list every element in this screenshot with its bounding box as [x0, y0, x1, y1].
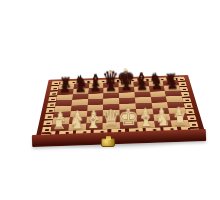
square-b2: ♟ [69, 117, 86, 124]
square-d2: ♟ [103, 116, 120, 123]
square-a2: ♟ [52, 117, 70, 124]
square-d6 [103, 93, 119, 99]
square-f8: ♝ [133, 81, 149, 87]
square-g2: ♟ [153, 114, 171, 121]
decorative-border-ring: ♜♞♝♛♚♝♞♜♟♟♟♟♟♟♟♟♟♟♟♟♟♟♟♟♜♞♝♛♚♝♞♜ [41, 77, 200, 136]
square-b8: ♞ [73, 83, 88, 89]
piece-white-rook: ♜ [173, 111, 188, 127]
piece-white-rook: ♜ [51, 115, 66, 131]
square-d1: ♛ [103, 122, 120, 129]
square-a3 [53, 111, 70, 118]
square-h1: ♜ [171, 120, 190, 127]
square-g6 [150, 91, 166, 97]
piece-black-knight: ♞ [74, 74, 88, 89]
piece-white-queen: ♛ [101, 108, 121, 129]
piece-white-pawn: ♟ [172, 106, 185, 120]
square-b5 [71, 99, 87, 105]
square-a5 [55, 100, 72, 106]
square-a4 [54, 105, 71, 111]
chess-board: ♜♞♝♛♚♝♞♜♟♟♟♟♟♟♟♟♟♟♟♟♟♟♟♟♜♞♝♛♚♝♞♜ [31, 0, 206, 139]
piece-white-bishop: ♝ [85, 112, 102, 130]
square-e8: ♚ [118, 82, 133, 88]
piece-white-pawn: ♟ [138, 107, 151, 121]
square-h2: ♟ [170, 113, 188, 120]
square-e6 [119, 92, 135, 98]
square-h6 [165, 91, 182, 97]
piece-white-bishop: ♝ [137, 110, 154, 128]
piece-black-pawn: ♟ [74, 81, 86, 94]
square-g7: ♟ [149, 86, 165, 92]
square-a7: ♟ [57, 89, 73, 95]
square-h3 [168, 107, 186, 114]
square-c2: ♟ [86, 116, 103, 123]
square-c1: ♝ [85, 123, 102, 130]
square-e5 [119, 98, 135, 104]
square-b7: ♟ [73, 89, 89, 95]
square-f4 [135, 103, 152, 109]
board-grid: ♜♞♝♛♚♝♞♜♟♟♟♟♟♟♟♟♟♟♟♟♟♟♟♟♜♞♝♛♚♝♞♜ [51, 80, 190, 131]
square-e7: ♟ [119, 87, 135, 93]
piece-black-knight: ♞ [149, 71, 163, 86]
piece-black-queen: ♛ [102, 70, 119, 88]
piece-white-knight: ♞ [68, 113, 84, 130]
square-a6 [56, 94, 72, 100]
decorative-border-left [41, 81, 60, 136]
square-f3 [136, 108, 153, 115]
square-b6 [72, 94, 88, 100]
chess-set-product-photo: ♜♞♝♛♚♝♞♜♟♟♟♟♟♟♟♟♟♟♟♟♟♟♟♟♜♞♝♛♚♝♞♜ [0, 0, 220, 200]
piece-white-pawn: ♟ [155, 107, 168, 121]
square-c4 [87, 104, 103, 110]
brass-clasp-icon [101, 138, 115, 147]
square-d4 [103, 104, 119, 110]
square-f1: ♝ [137, 121, 155, 128]
piece-white-pawn: ♟ [104, 109, 117, 123]
square-g5 [150, 96, 167, 102]
square-f5 [135, 97, 151, 103]
square-g3 [152, 108, 170, 115]
square-e4 [119, 103, 136, 109]
square-b4 [71, 105, 88, 111]
square-c6 [88, 93, 104, 99]
square-f2: ♟ [136, 115, 154, 122]
piece-black-pawn: ♟ [90, 81, 102, 94]
square-c8: ♝ [88, 83, 103, 89]
square-d3 [103, 110, 120, 117]
piece-white-pawn: ♟ [121, 108, 134, 122]
square-a8: ♜ [58, 84, 74, 90]
square-d8: ♛ [104, 82, 119, 88]
piece-white-pawn: ♟ [71, 110, 84, 124]
decorative-border-right [177, 77, 200, 131]
square-c5 [87, 99, 103, 105]
square-d5 [103, 98, 119, 104]
square-g1: ♞ [154, 120, 172, 127]
square-h5 [166, 96, 183, 102]
decorative-border-top [52, 77, 186, 85]
piece-black-pawn: ♟ [136, 79, 148, 92]
square-f6 [134, 92, 150, 98]
square-c7: ♟ [88, 88, 103, 94]
piece-black-pawn: ♟ [166, 78, 178, 91]
piece-black-pawn: ♟ [59, 82, 71, 95]
square-c3 [86, 110, 103, 117]
piece-white-knight: ♞ [155, 110, 171, 127]
square-h4 [167, 102, 184, 108]
square-d7: ♟ [103, 87, 118, 93]
square-f7: ♟ [134, 86, 150, 92]
piece-black-bishop: ♝ [88, 73, 103, 89]
square-a1: ♜ [51, 124, 69, 131]
square-b3 [70, 111, 87, 118]
piece-black-king: ♚ [116, 68, 135, 88]
square-h8: ♜ [163, 80, 179, 86]
piece-black-rook: ♜ [165, 72, 178, 86]
piece-black-pawn: ♟ [120, 80, 132, 93]
square-g4 [151, 102, 168, 108]
square-e2: ♟ [120, 115, 137, 122]
square-b1: ♞ [68, 123, 86, 130]
piece-white-king: ♚ [117, 106, 139, 129]
piece-black-rook: ♜ [59, 75, 72, 89]
square-e3 [119, 109, 136, 116]
piece-black-pawn: ♟ [105, 80, 117, 93]
piece-white-pawn: ♟ [54, 110, 67, 124]
square-g8: ♞ [148, 81, 164, 87]
piece-white-pawn: ♟ [87, 109, 100, 123]
square-e1: ♚ [120, 121, 138, 128]
piece-black-pawn: ♟ [151, 79, 163, 92]
piece-black-bishop: ♝ [134, 71, 149, 87]
square-h7: ♟ [164, 85, 180, 91]
